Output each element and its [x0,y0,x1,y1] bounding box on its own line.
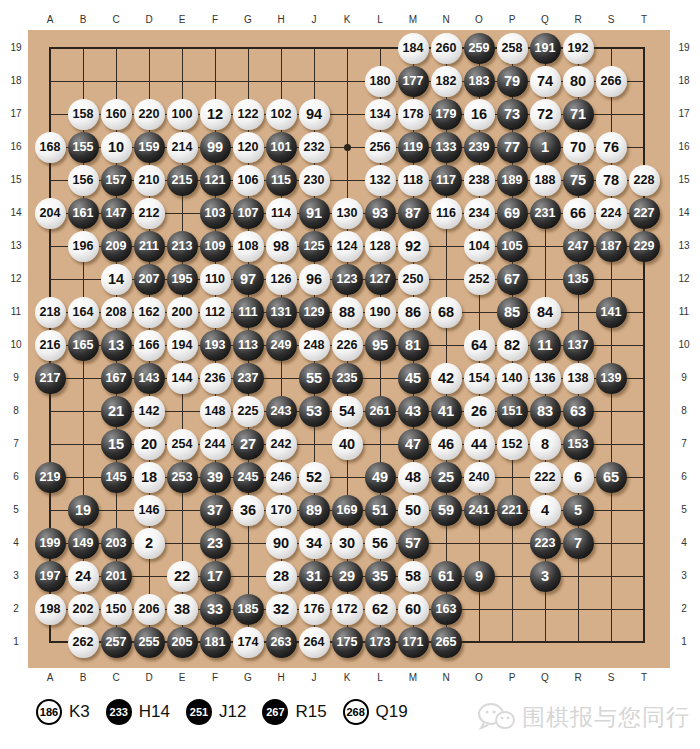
stone-Q11: 84 [530,297,561,328]
stone-number: 64 [471,338,487,353]
stone-J10: 248 [299,330,330,361]
stone-F15: 121 [200,165,231,196]
stone-number: 9 [475,569,483,584]
stone-N2: 163 [431,594,462,625]
stone-N7: 46 [431,429,462,460]
stone-D15: 210 [134,165,165,196]
coord-label-top-K: K [337,14,357,25]
coord-label-right-7: 7 [674,438,694,449]
stone-G16: 120 [233,132,264,163]
stone-number: 60 [405,602,421,617]
stone-number: 252 [469,273,490,286]
stone-number: 82 [504,338,520,353]
stone-A3: 197 [35,561,66,592]
stone-number: 71 [570,107,586,122]
stone-number: 95 [372,338,388,353]
stone-number: 31 [306,569,322,584]
coord-label-top-N: N [436,14,456,25]
stone-M16: 119 [398,132,429,163]
stone-number: 38 [174,602,190,617]
coord-label-left-2: 2 [6,603,26,614]
stone-Q4: 223 [530,528,561,559]
stone-R5: 5 [563,495,594,526]
stone-C10: 13 [101,330,132,361]
stone-P12: 67 [497,264,528,295]
stone-number: 241 [469,504,490,517]
stone-N5: 59 [431,495,462,526]
stone-P5: 221 [497,495,528,526]
coord-label-bottom-O: O [469,672,489,683]
coord-label-top-R: R [568,14,588,25]
stone-number: 264 [304,636,325,649]
stone-number: 198 [40,603,61,616]
stone-Q5: 4 [530,495,561,526]
coord-label-right-18: 18 [674,75,694,86]
coord-label-bottom-E: E [172,672,192,683]
stone-number: 73 [504,107,520,122]
coord-label-bottom-Q: Q [535,672,555,683]
stone-B16: 155 [68,132,99,163]
stone-D13: 211 [134,231,165,262]
star-point [344,144,351,151]
stone-H14: 114 [266,198,297,229]
stone-R17: 71 [563,99,594,130]
stone-L6: 49 [365,462,396,493]
stone-H15: 115 [266,165,297,196]
stone-D12: 207 [134,264,165,295]
stone-K13: 124 [332,231,363,262]
stone-number: 43 [405,404,421,419]
stone-R6: 6 [563,462,594,493]
stone-G9: 237 [233,363,264,394]
stone-F17: 12 [200,99,231,130]
stone-G10: 113 [233,330,264,361]
coord-label-bottom-D: D [139,672,159,683]
stone-S16: 76 [596,132,627,163]
stone-number: 84 [537,305,553,320]
stone-number: 125 [304,240,325,253]
stone-M9: 45 [398,363,429,394]
coord-label-bottom-T: T [634,672,654,683]
stone-number: 176 [304,603,325,616]
stone-O12: 252 [464,264,495,295]
stone-number: 195 [172,273,193,286]
stone-number: 108 [238,240,259,253]
stone-M5: 50 [398,495,429,526]
stone-E12: 195 [167,264,198,295]
stone-M4: 57 [398,528,429,559]
stone-H4: 90 [266,528,297,559]
stone-Q18: 74 [530,66,561,97]
stone-M12: 250 [398,264,429,295]
stone-J16: 232 [299,132,330,163]
stone-number: 68 [438,305,454,320]
stone-S15: 78 [596,165,627,196]
stone-number: 85 [504,305,520,320]
stone-number: 151 [502,405,523,418]
stone-number: 232 [304,141,325,154]
stone-Q7: 8 [530,429,561,460]
stone-H7: 242 [266,429,297,460]
stone-K3: 29 [332,561,363,592]
stone-S13: 187 [596,231,627,262]
stone-F6: 39 [200,462,231,493]
stone-D7: 20 [134,429,165,460]
stone-number: 250 [403,273,424,286]
stone-number: 37 [207,503,223,518]
stone-number: 57 [405,536,421,551]
stone-L2: 62 [365,594,396,625]
stone-J17: 94 [299,99,330,130]
stone-number: 21 [108,404,124,419]
stone-number: 159 [139,141,160,154]
stone-J12: 96 [299,264,330,295]
stone-number: 54 [339,404,355,419]
stone-E7: 254 [167,429,198,460]
stone-L18: 180 [365,66,396,97]
stone-C1: 257 [101,627,132,658]
coord-label-left-7: 7 [6,438,26,449]
stone-number: 147 [106,207,127,220]
stone-number: 76 [603,140,619,155]
coord-label-bottom-L: L [370,672,390,683]
caption-point-233: H14 [139,702,170,722]
stone-number: 118 [403,174,423,187]
coord-label-right-19: 19 [674,42,694,53]
stone-number: 238 [469,174,490,187]
stone-number: 227 [634,207,655,220]
stone-number: 173 [370,636,391,649]
stone-number: 255 [139,636,160,649]
stone-F14: 103 [200,198,231,229]
stone-number: 97 [240,272,256,287]
stone-number: 15 [108,437,124,452]
stone-O8: 26 [464,396,495,427]
stone-A4: 199 [35,528,66,559]
coord-label-top-S: S [601,14,621,25]
coord-label-right-15: 15 [674,174,694,185]
coord-label-bottom-P: P [502,672,522,683]
coord-label-right-17: 17 [674,108,694,119]
stone-number: 184 [403,42,424,55]
stone-J11: 129 [299,297,330,328]
stone-O10: 64 [464,330,495,361]
stone-number: 224 [601,207,622,220]
stone-P13: 105 [497,231,528,262]
stone-number: 1 [541,140,549,155]
stone-G11: 111 [233,297,264,328]
coord-label-bottom-S: S [601,672,621,683]
stone-Q14: 231 [530,198,561,229]
stone-G13: 108 [233,231,264,262]
stone-number: 258 [502,42,523,55]
stone-number: 47 [405,437,421,452]
stone-number: 131 [271,306,292,319]
stone-Q15: 188 [530,165,561,196]
stone-M8: 43 [398,396,429,427]
coord-label-top-E: E [172,14,192,25]
stone-number: 40 [339,437,355,452]
stone-C17: 160 [101,99,132,130]
stone-number: 110 [205,273,225,286]
stone-number: 153 [568,438,589,451]
stone-number: 75 [570,173,586,188]
stone-J13: 125 [299,231,330,262]
stone-C4: 203 [101,528,132,559]
stone-number: 10 [108,140,124,155]
stone-S18: 266 [596,66,627,97]
stone-number: 46 [438,437,454,452]
coord-label-top-Q: Q [535,14,555,25]
stone-C14: 147 [101,198,132,229]
stone-number: 56 [372,536,388,551]
stone-number: 239 [469,141,490,154]
stone-number: 70 [570,140,586,155]
stone-R7: 153 [563,429,594,460]
stone-G8: 225 [233,396,264,427]
stone-number: 182 [436,75,457,88]
stone-number: 132 [370,174,391,187]
stone-Q9: 136 [530,363,561,394]
stone-C6: 145 [101,462,132,493]
stone-number: 45 [405,371,421,386]
stone-number: 58 [405,569,421,584]
stone-D2: 206 [134,594,165,625]
stone-number: 142 [139,405,160,418]
coord-label-left-19: 19 [6,42,26,53]
stone-number: 161 [73,207,94,220]
stone-number: 4 [541,503,549,518]
stone-N1: 265 [431,627,462,658]
caption-stone-251: 251 [186,699,212,725]
stone-number: 178 [403,108,424,121]
stone-O18: 183 [464,66,495,97]
stone-J4: 34 [299,528,330,559]
stone-number: 201 [106,570,127,583]
stone-B17: 158 [68,99,99,130]
stone-number: 100 [172,108,193,121]
stone-F8: 148 [200,396,231,427]
stone-number: 20 [141,437,157,452]
stone-B15: 156 [68,165,99,196]
coord-label-top-L: L [370,14,390,25]
stone-number: 202 [73,603,94,616]
stone-F16: 99 [200,132,231,163]
stone-N6: 25 [431,462,462,493]
stone-K5: 169 [332,495,363,526]
stone-A6: 219 [35,462,66,493]
stone-number: 218 [40,306,61,319]
stone-number: 216 [40,339,61,352]
stone-A2: 198 [35,594,66,625]
coord-label-top-M: M [403,14,423,25]
stone-number: 220 [139,108,160,121]
stone-G12: 97 [233,264,264,295]
coord-label-top-J: J [304,14,324,25]
stone-number: 229 [634,240,655,253]
stone-J2: 176 [299,594,330,625]
stone-M3: 58 [398,561,429,592]
coord-label-top-D: D [139,14,159,25]
stone-G5: 36 [233,495,264,526]
stone-number: 34 [306,536,322,551]
stone-F4: 23 [200,528,231,559]
stone-number: 138 [568,372,589,385]
stone-M18: 177 [398,66,429,97]
coord-label-left-18: 18 [6,75,26,86]
stone-D9: 143 [134,363,165,394]
stone-J1: 264 [299,627,330,658]
stone-number: 145 [106,471,127,484]
watermark-text: 围棋报与您同行 [522,702,690,733]
stone-J8: 53 [299,396,330,427]
stone-number: 162 [139,306,160,319]
stone-R15: 75 [563,165,594,196]
coord-label-left-12: 12 [6,273,26,284]
stone-number: 206 [139,603,160,616]
stone-M1: 171 [398,627,429,658]
stone-L15: 132 [365,165,396,196]
stone-E16: 214 [167,132,198,163]
stone-number: 77 [504,140,520,155]
stone-number: 78 [603,173,619,188]
stone-number: 24 [75,569,91,584]
stone-number: 207 [139,273,160,286]
stone-number: 228 [634,174,655,187]
stone-B4: 149 [68,528,99,559]
stone-C15: 157 [101,165,132,196]
stone-B3: 24 [68,561,99,592]
stone-D8: 142 [134,396,165,427]
coord-label-bottom-C: C [106,672,126,683]
stone-number: 172 [337,603,358,616]
stone-number: 230 [304,174,325,187]
stone-number: 42 [438,371,454,386]
stone-number: 262 [73,636,94,649]
stone-A9: 217 [35,363,66,394]
stone-P14: 69 [497,198,528,229]
stone-number: 247 [568,240,589,253]
stone-number: 158 [73,108,94,121]
stone-number: 52 [306,470,322,485]
stone-N11: 68 [431,297,462,328]
stone-R10: 137 [563,330,594,361]
stone-number: 53 [306,404,322,419]
stone-number: 117 [436,174,456,187]
stone-number: 113 [238,339,258,352]
stone-O9: 154 [464,363,495,394]
coord-label-top-H: H [271,14,291,25]
stone-B14: 161 [68,198,99,229]
coord-label-right-3: 3 [674,570,694,581]
stone-number: 245 [238,471,259,484]
stone-number: 91 [306,206,322,221]
stone-K7: 40 [332,429,363,460]
stone-number: 80 [570,74,586,89]
stone-A11: 218 [35,297,66,328]
stone-O15: 238 [464,165,495,196]
stone-G2: 185 [233,594,264,625]
stone-number: 2 [145,536,153,551]
stone-F2: 33 [200,594,231,625]
stone-B5: 19 [68,495,99,526]
stone-B13: 196 [68,231,99,262]
stone-number: 107 [238,207,259,220]
stone-number: 141 [601,306,622,319]
stone-number: 127 [370,273,391,286]
coord-label-right-9: 9 [674,372,694,383]
stone-S11: 141 [596,297,627,328]
wechat-logo-icon [476,701,516,733]
coord-label-right-8: 8 [674,405,694,416]
stone-number: 66 [570,206,586,221]
stone-O6: 240 [464,462,495,493]
stone-number: 30 [339,536,355,551]
coord-label-top-T: T [634,14,654,25]
stone-number: 69 [504,206,520,221]
caption-stone-186: 186 [36,699,62,725]
stone-H5: 170 [266,495,297,526]
stone-number: 211 [139,240,159,253]
stone-number: 17 [207,569,223,584]
stone-R14: 66 [563,198,594,229]
stone-L12: 127 [365,264,396,295]
stone-number: 234 [469,207,490,220]
stone-number: 260 [436,42,457,55]
stone-number: 59 [438,503,454,518]
stone-number: 25 [438,470,454,485]
coord-label-bottom-A: A [40,672,60,683]
stone-G14: 107 [233,198,264,229]
stone-G6: 245 [233,462,264,493]
stone-number: 165 [73,339,94,352]
stone-number: 225 [238,405,259,418]
stone-number: 121 [205,174,226,187]
stone-number: 185 [238,603,259,616]
stone-R18: 80 [563,66,594,97]
stone-number: 28 [273,569,289,584]
coord-label-right-5: 5 [674,504,694,515]
stone-N17: 179 [431,99,462,130]
stone-number: 39 [207,470,223,485]
stone-number: 203 [106,537,127,550]
coord-label-left-16: 16 [6,141,26,152]
stone-number: 93 [372,206,388,221]
stone-number: 177 [403,75,424,88]
stone-number: 83 [537,404,553,419]
stone-L5: 51 [365,495,396,526]
stone-number: 194 [172,339,193,352]
stone-E13: 213 [167,231,198,262]
stone-D6: 18 [134,462,165,493]
stone-number: 36 [240,503,256,518]
stone-C16: 10 [101,132,132,163]
stone-E17: 100 [167,99,198,130]
coord-label-bottom-B: B [73,672,93,683]
stone-T15: 228 [629,165,660,196]
stone-T14: 227 [629,198,660,229]
stone-number: 48 [405,470,421,485]
coord-label-right-16: 16 [674,141,694,152]
stone-E9: 144 [167,363,198,394]
stone-number: 32 [273,602,289,617]
stone-number: 123 [337,273,358,286]
coord-label-top-F: F [205,14,225,25]
stone-H12: 126 [266,264,297,295]
coord-label-bottom-J: J [304,672,324,683]
coord-label-right-13: 13 [674,240,694,251]
stone-R16: 70 [563,132,594,163]
